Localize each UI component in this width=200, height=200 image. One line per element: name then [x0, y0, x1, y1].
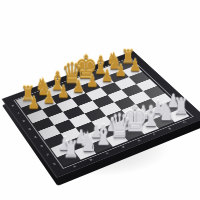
- rank-label-3: 3: [40, 145, 44, 148]
- piece-silver-rook: ♜: [55, 139, 88, 162]
- chess-set-photo: ♜♞♝♛♚♝♞♜♟♟♟♟♟♟♟♟♟♟♟♟♟♟♟♟♜♞♝♛♚♝♞♜ 8765432…: [0, 0, 200, 200]
- rank-label-5: 5: [28, 128, 32, 131]
- rank-label-2: 2: [46, 153, 50, 156]
- rank-label-8: 8: [11, 105, 15, 108]
